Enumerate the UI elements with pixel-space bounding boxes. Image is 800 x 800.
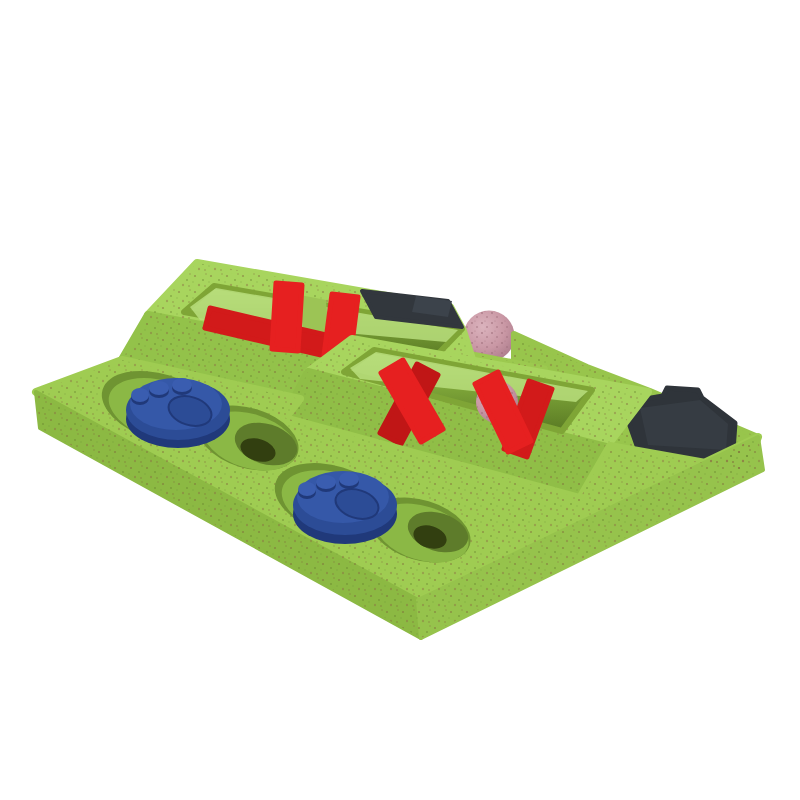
seesaw-flipper-back-paddle-1[interactable] xyxy=(272,283,302,351)
paw-toe-left-2 xyxy=(149,381,169,395)
paw-toe-left-3 xyxy=(172,378,192,392)
paw-toe-right-1 xyxy=(298,482,316,496)
product-photo xyxy=(0,0,800,800)
paw-toe-left-1 xyxy=(131,388,149,402)
paw-toe-right-2 xyxy=(316,475,336,489)
puzzle-board-photo xyxy=(0,0,800,800)
paw-toe-right-3 xyxy=(339,472,359,486)
